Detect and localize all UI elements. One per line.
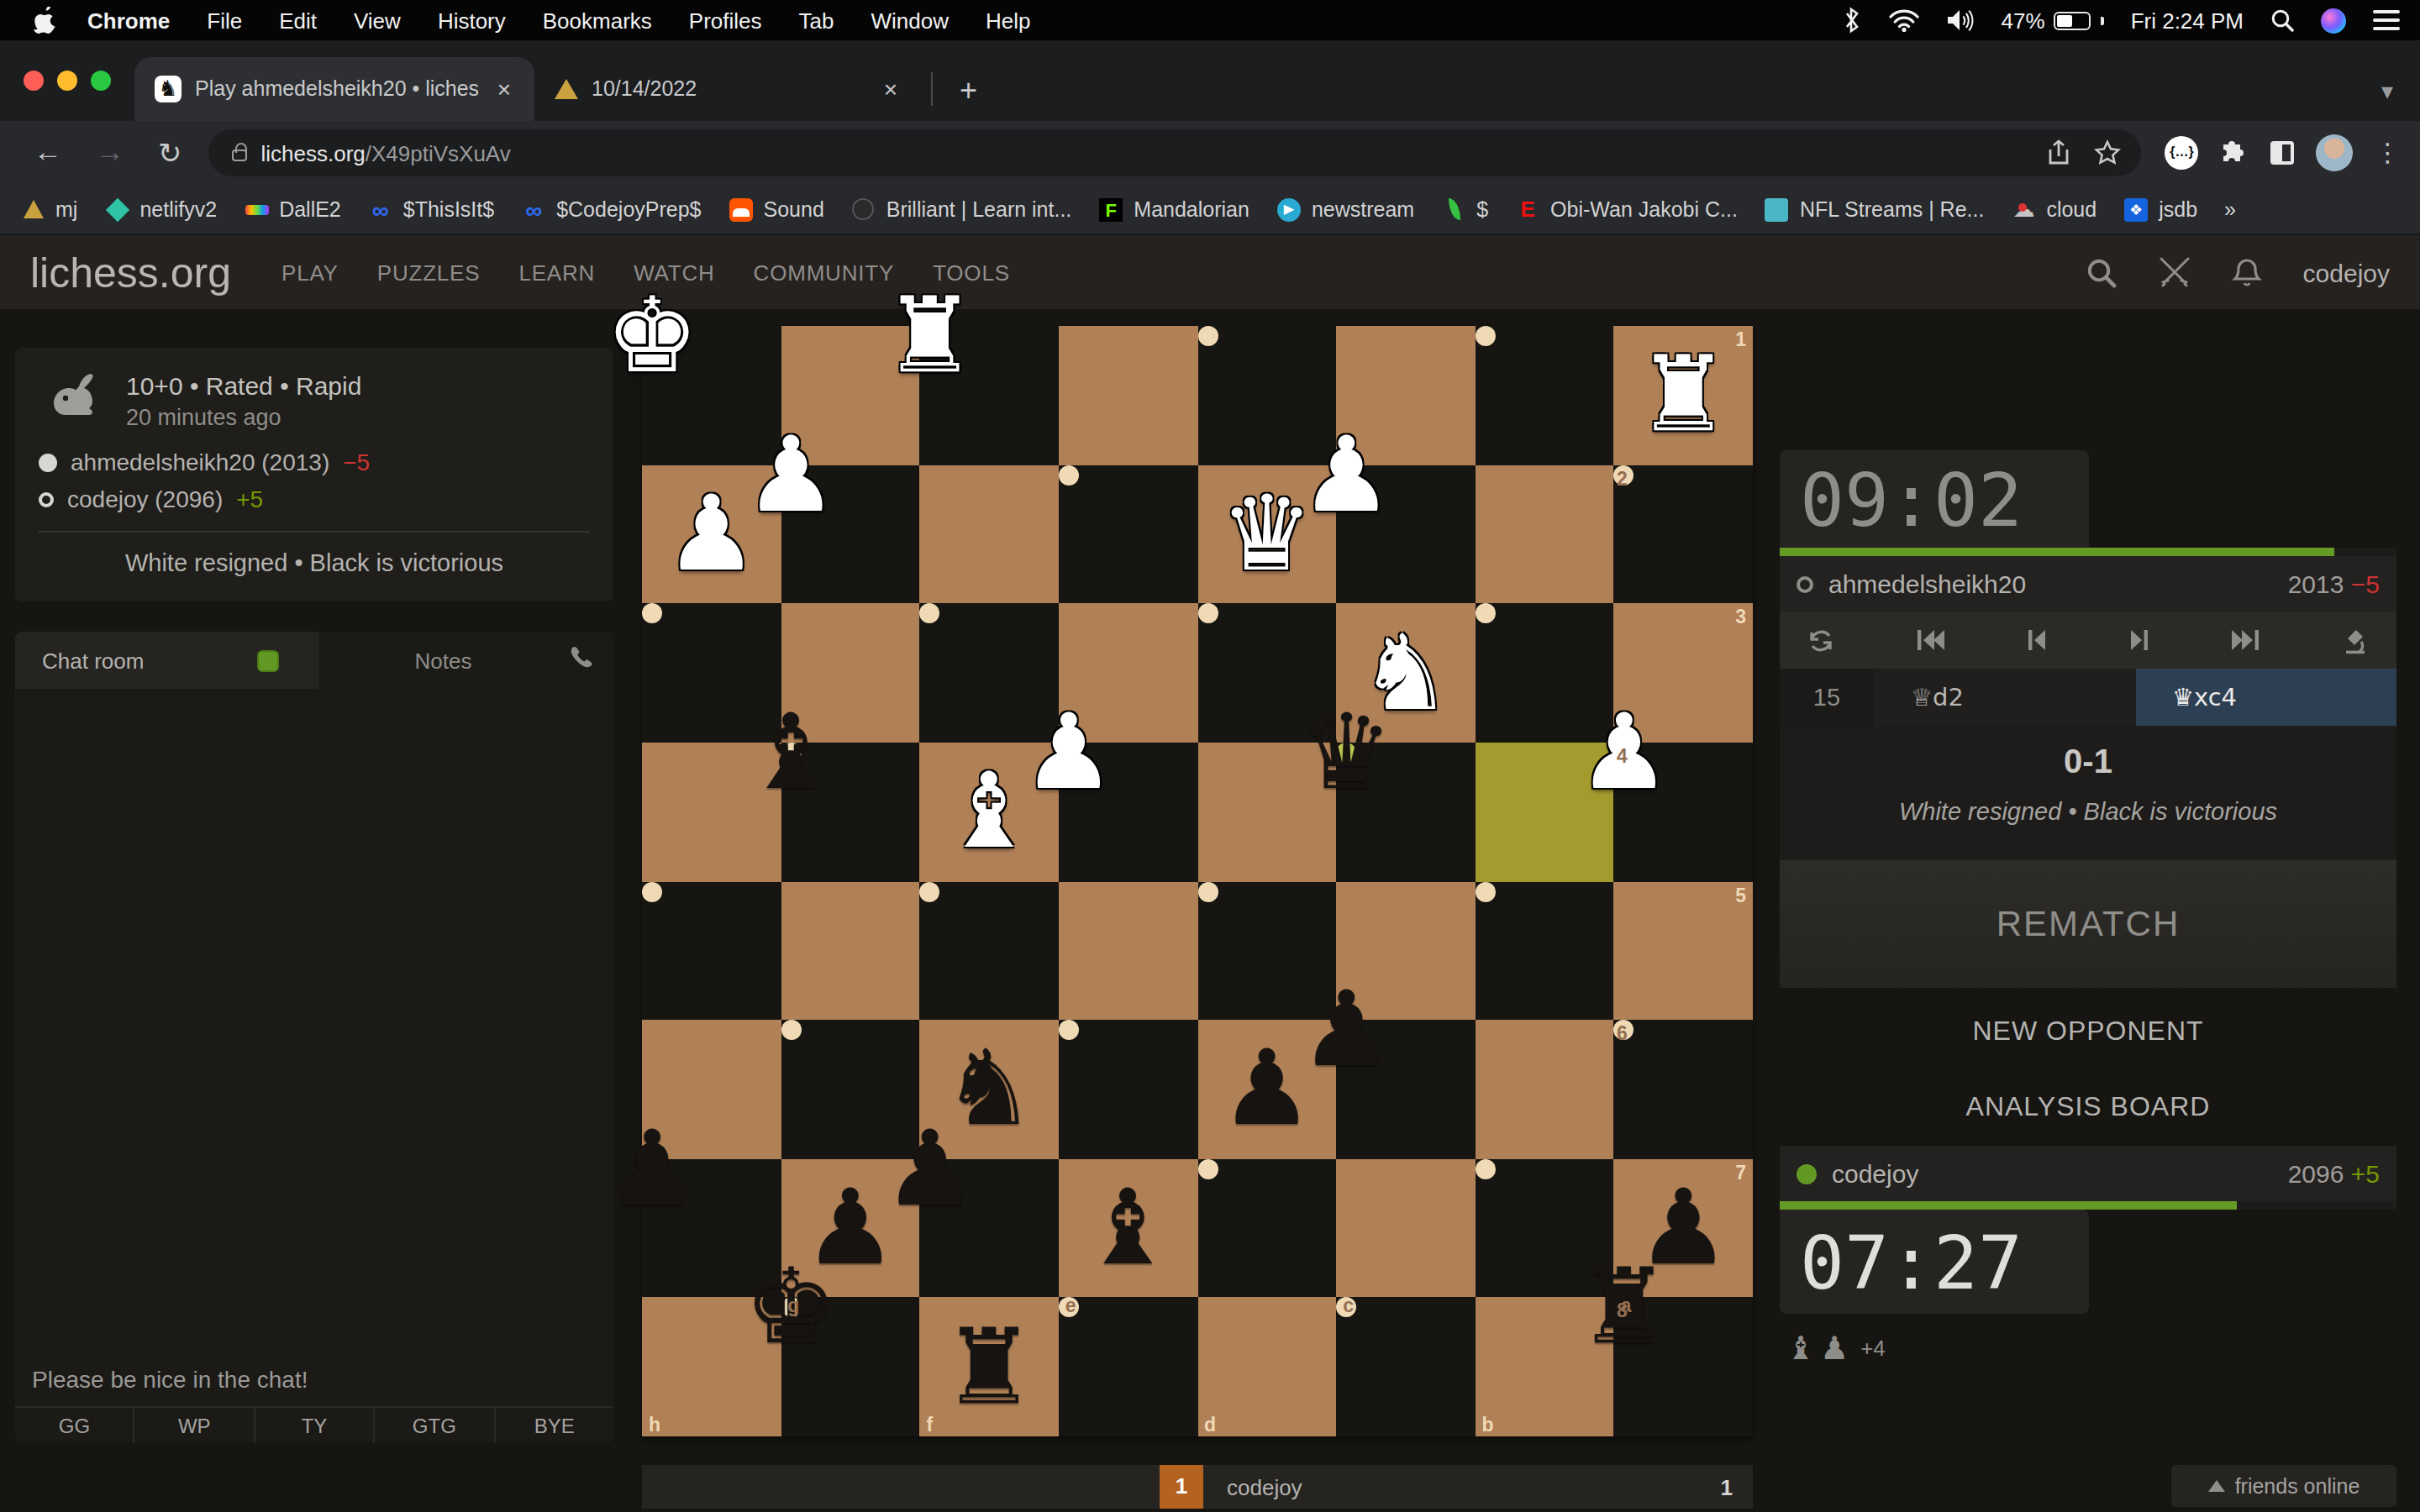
collapse-triangle-icon [2208, 1480, 2225, 1492]
analysis-microscope-icon[interactable] [2341, 626, 2370, 654]
square-e4[interactable]: ♟ [1059, 743, 1079, 763]
white-outline-disc-icon [1797, 575, 1813, 592]
wifi-icon[interactable] [1889, 8, 1919, 32]
espn-icon: E [1515, 197, 1540, 222]
square-a6[interactable]: 6 [1614, 1020, 1634, 1040]
menu-item-edit[interactable]: Edit [279, 8, 317, 33]
feather-icon [1441, 197, 1466, 222]
file-label-a: a [1621, 1296, 1632, 1316]
rank-label-7: 7 [1735, 1163, 1746, 1183]
piece-black-pawn: ♟ [920, 1159, 940, 1179]
window-controls [0, 40, 134, 121]
bookmarks-bar: mj netlifyv2 DallE2 ∞$ThisIsIt$ ∞$Codejo… [0, 185, 2420, 235]
square-e8[interactable]: e [1059, 1298, 1079, 1318]
bookmark-brilliant[interactable]: Brilliant | Learn int... [851, 197, 1072, 222]
menu-item-tab[interactable]: Tab [799, 8, 834, 33]
extensions-puzzle-icon[interactable] [2221, 139, 2249, 167]
extension-icon[interactable]: {…} [2165, 136, 2199, 170]
lichess-page: lichess.org PLAY PUZZLES LEARN WATCH COM… [0, 235, 2420, 1512]
square-c6[interactable]: ♟ [1336, 1020, 1356, 1040]
last-move-icon[interactable] [2230, 628, 2260, 652]
chat-messages[interactable] [15, 689, 613, 1366]
rank-label-1: 1 [1735, 329, 1746, 349]
spotlight-icon[interactable] [2270, 8, 2294, 32]
menu-item-bookmarks[interactable]: Bookmarks [543, 8, 652, 33]
url-host: lichess.org [261, 140, 366, 165]
square-d3[interactable] [1197, 604, 1218, 624]
square-d8[interactable]: d [1197, 1298, 1336, 1436]
globe-icon [851, 197, 876, 222]
nav-puzzles[interactable]: PUZZLES [377, 260, 481, 285]
rank-label-4: 4 [1617, 746, 1628, 766]
square-g8[interactable]: ♚g [781, 1298, 801, 1318]
bookmark-obiwan[interactable]: EObi-Wan Jakobi C... [1515, 197, 1738, 222]
player-time-bar [1780, 1201, 2396, 1210]
square-c7[interactable] [1336, 1159, 1475, 1298]
new-tab-button[interactable]: + [943, 74, 994, 109]
square-f2[interactable] [920, 465, 1059, 603]
chat-box: Chat room Notes Please be nice in the ch… [15, 632, 613, 1443]
bookmark-nfl-streams[interactable]: NFL Streams | Re... [1765, 197, 1985, 222]
rank-label-6: 6 [1617, 1023, 1628, 1043]
white-color-disc-icon [39, 453, 57, 471]
minimize-window-button[interactable] [57, 71, 77, 91]
rematch-button[interactable]: REMATCH [1780, 860, 2396, 988]
black-player-line[interactable]: codejoy (2096) +5 [15, 480, 613, 517]
bookmark-star-icon[interactable] [2095, 139, 2122, 166]
square-g6[interactable] [781, 1020, 801, 1040]
game-side-panel: 09:02 ahmedelsheikh20 2013 −5 15 ♕d2 ♛xc… [1780, 235, 2396, 1512]
divider [39, 531, 590, 533]
file-label-h: h [649, 1415, 660, 1435]
square-b5[interactable] [1476, 881, 1496, 901]
crosstable-score: 1 [1721, 1474, 1733, 1499]
bluetooth-icon[interactable] [1842, 7, 1862, 34]
nav-play[interactable]: PLAY [281, 260, 339, 285]
square-h7[interactable]: ♟ [642, 1159, 662, 1179]
square-e2[interactable] [1059, 465, 1079, 485]
move-black-selected[interactable]: ♛xc4 [2135, 669, 2396, 726]
square-h1[interactable]: ♚ [642, 326, 662, 346]
bookmark-mandalorian[interactable]: FMandalorian [1098, 197, 1249, 222]
piece-black-pawn: ♟ [642, 1159, 662, 1179]
menu-item-file[interactable]: File [207, 8, 242, 33]
file-label-c: c [1343, 1296, 1354, 1316]
captured-bishop-icon: ♝ [1786, 1329, 1815, 1366]
chat-presets: GG WP TY GTG BYE [15, 1406, 613, 1443]
result-block: 0-1 White resigned • Black is victorious [1780, 726, 2396, 860]
square-a2[interactable]: 2 [1614, 465, 1634, 485]
bookmark-netlifyv2[interactable]: netlifyv2 [104, 197, 217, 222]
rapid-rabbit-icon [45, 372, 103, 429]
flip-board-icon[interactable] [1807, 626, 1835, 654]
new-opponent-button[interactable]: NEW OPPONENT [1780, 1016, 2396, 1047]
profile-avatar[interactable] [2317, 134, 2354, 171]
preset-wp[interactable]: WP [135, 1408, 255, 1443]
tab-date[interactable]: 10/14/2022 × [534, 57, 921, 121]
square-f3[interactable] [920, 604, 940, 624]
player-delta: +5 [2351, 1159, 2380, 1188]
tab-chat-room[interactable]: Chat room [15, 632, 318, 689]
player-row[interactable]: codejoy 2096 +5 [1780, 1146, 2396, 1201]
analysis-board-button[interactable]: ANALYSIS BOARD [1780, 1092, 2396, 1122]
preset-ty[interactable]: TY [255, 1408, 376, 1443]
phone-icon[interactable] [568, 645, 593, 675]
share-icon[interactable] [2048, 139, 2071, 166]
menu-item-help[interactable]: Help [986, 8, 1031, 33]
apple-logo-icon [34, 7, 57, 34]
material-advantage: +4 [1860, 1335, 1886, 1360]
game-score-badge[interactable]: 1 [1160, 1465, 1203, 1509]
square-c8[interactable]: c [1336, 1298, 1356, 1318]
macos-menu-bar: Chrome File Edit View History Bookmarks … [0, 0, 2420, 40]
bookmark-robinhood[interactable]: $ [1441, 197, 1488, 222]
bookmarks-overflow[interactable]: » [2224, 197, 2236, 221]
infinity-icon: ∞ [368, 197, 393, 222]
game-time-control: 10+0 • Rated • Rapid [126, 371, 361, 400]
volume-icon[interactable] [1946, 8, 1975, 32]
piece-white-pawn: ♟ [1336, 465, 1356, 485]
reload-button[interactable]: ↻ [141, 135, 199, 171]
square-f8[interactable]: ♜f [920, 1298, 1059, 1436]
black-rating-delta: +5 [236, 486, 263, 512]
rainbow-icon [244, 197, 269, 222]
preset-bye[interactable]: BYE [495, 1408, 613, 1443]
file-label-d: d [1204, 1415, 1216, 1435]
tab-title: 10/14/2022 [592, 77, 867, 101]
square-d5[interactable] [1197, 881, 1218, 901]
piece-black-bishop: ♝ [1059, 1159, 1197, 1298]
nav-community[interactable]: COMMUNITY [754, 260, 895, 285]
tab-lichess-game[interactable]: ♞ Play ahmedelsheikh20 • liches × [134, 57, 534, 121]
captured-pieces: ♝ ♟ +4 [1786, 1329, 1886, 1366]
menu-item-window[interactable]: Window [871, 8, 950, 33]
first-move-icon[interactable] [1916, 628, 1946, 652]
chat-notice: Please be nice in the chat! [15, 1366, 613, 1406]
bookmark-jsdb[interactable]: ❖jsdb [2123, 197, 2197, 222]
preset-gg[interactable]: GG [15, 1408, 135, 1443]
white-player-name: ahmedelsheikh20 (2013) [71, 449, 329, 475]
battery-indicator[interactable]: 47% [2002, 8, 2104, 33]
game-played-at: 20 minutes ago [126, 405, 361, 430]
chrome-menu-icon[interactable]: ⋮ [2375, 138, 2401, 168]
soundcloud-icon [729, 197, 754, 222]
square-a4[interactable]: ♟4 [1614, 743, 1634, 763]
square-f7[interactable]: ♟ [920, 1159, 940, 1179]
opponent-clock: 09:02 [1780, 450, 2089, 548]
bookmark-thisisit[interactable]: ∞$ThisIsIt$ [368, 197, 494, 222]
forward-button[interactable]: → [79, 136, 141, 170]
address-bar[interactable]: lichess.org/X49ptiVsXuAv [209, 129, 2142, 176]
square-d7[interactable] [1197, 1159, 1218, 1179]
back-button[interactable]: ← [17, 136, 79, 170]
side-panel-icon[interactable] [2271, 141, 2295, 165]
piece-white-king: ♚ [642, 326, 662, 346]
crosstable-player: codejoy [1227, 1474, 1302, 1499]
game-meta-box: 10+0 • Rated • Rapid 20 minutes ago ahme… [15, 348, 613, 601]
result-score: 0-1 [1780, 726, 2396, 781]
close-tab-icon[interactable]: × [881, 76, 901, 102]
move-white[interactable]: ♕d2 [1874, 669, 2135, 726]
close-tab-icon[interactable]: × [494, 76, 514, 102]
triangle-icon [20, 197, 45, 222]
lichess-logo[interactable]: lichess.org [30, 248, 231, 297]
file-label-b: b [1482, 1415, 1494, 1435]
rank-label-2: 2 [1617, 468, 1628, 488]
bookmark-mj[interactable]: mj [20, 197, 77, 222]
white-rating-delta: −5 [343, 449, 370, 475]
game-result-text: White resigned • Black is victorious [15, 546, 613, 576]
square-f5[interactable] [920, 881, 940, 901]
menu-item-view[interactable]: View [354, 8, 401, 33]
opponent-player-row[interactable]: ahmedelsheikh20 2013 −5 [1780, 556, 2396, 612]
square-c2[interactable]: ♟ [1336, 465, 1356, 485]
square-a1[interactable]: ♜1 [1614, 326, 1753, 465]
lichess-favicon: ♞ [155, 76, 181, 102]
square-b1[interactable] [1476, 326, 1496, 346]
square-b3[interactable] [1476, 604, 1496, 624]
square-c4[interactable]: ♛ [1336, 743, 1356, 763]
nfl-icon [1765, 197, 1790, 222]
square-e1[interactable] [1059, 326, 1197, 465]
player-clock: 07:27 [1780, 1210, 2089, 1314]
close-window-button[interactable] [24, 71, 44, 91]
square-a5[interactable]: 5 [1614, 881, 1753, 1020]
tab-title: Play ahmedelsheikh20 • liches [195, 77, 481, 101]
infinity-icon: ∞ [521, 197, 546, 222]
bookmark-codejoyprep[interactable]: ∞$CodejoyPrep$ [521, 197, 701, 222]
dropbox-icon: ❖ [2123, 197, 2149, 222]
bookmark-dalle2[interactable]: DallE2 [244, 197, 341, 222]
black-player-name: codejoy (2096) [67, 486, 223, 512]
square-h5[interactable] [642, 881, 662, 901]
result-status: White resigned • Black is victorious [1780, 781, 2396, 825]
lock-icon[interactable] [233, 150, 248, 161]
menu-item-chrome[interactable]: Chrome [87, 8, 170, 33]
captured-pawn-icon: ♟ [1820, 1329, 1849, 1366]
rank-label-5: 5 [1735, 885, 1746, 905]
chess-board[interactable]: ♚♜♜1♟♟♛♟2♞3♝♝♟♛♟45♞♟♟6♟♟♟♝♟7h♚g♜fedcb♜8a [642, 326, 1753, 1436]
online-green-disc-icon [1797, 1163, 1817, 1184]
black-color-disc-icon [39, 491, 54, 507]
metronome-favicon [555, 79, 578, 99]
piece-black-bishop: ♝ [781, 743, 801, 763]
play-icon: ▶ [1276, 197, 1302, 222]
opponent-rating: 2013 [2288, 570, 2344, 598]
piece-black-queen: ♛ [1336, 743, 1356, 763]
file-label-g: g [787, 1296, 799, 1316]
menu-item-profiles[interactable]: Profiles [689, 8, 762, 33]
menu-bar-clock[interactable]: Fri 2:24 PM [2131, 8, 2244, 33]
opponent-name: ahmedelsheikh20 [1828, 570, 2026, 598]
square-g4[interactable]: ♝ [781, 743, 801, 763]
preset-gtg[interactable]: GTG [375, 1408, 495, 1443]
screen: Chrome File Edit View History Bookmarks … [0, 0, 2420, 1512]
crosstable-bar: 1 codejoy 1 [642, 1465, 1753, 1509]
move-list: 15 ♕d2 ♛xc4 [1780, 669, 2396, 726]
cloud-icon: ☁ [2011, 197, 2036, 222]
next-move-icon[interactable] [2128, 628, 2149, 652]
square-e5[interactable] [1059, 881, 1197, 1020]
nav-learn[interactable]: LEARN [518, 260, 595, 285]
piece-white-rook: ♜ [920, 326, 940, 346]
opponent-delta: −5 [2351, 570, 2380, 598]
file-label-e: e [1065, 1296, 1076, 1316]
move-number: 15 [1780, 669, 1874, 726]
white-player-line[interactable]: ahmedelsheikh20 (2013) −5 [15, 444, 613, 480]
piece-black-pawn: ♟ [1336, 1020, 1356, 1040]
square-b7[interactable] [1476, 1159, 1496, 1179]
square-g5[interactable] [781, 881, 919, 1020]
tab-notes[interactable]: Notes [318, 632, 568, 689]
chat-toggle[interactable] [256, 649, 278, 671]
browser-toolbar: ← → ↻ lichess.org/X49ptiVsXuAv {…} ⋮ [0, 121, 2420, 185]
url-path: /X49ptiVsXuAv [366, 140, 511, 165]
siri-icon[interactable] [2321, 8, 2346, 33]
file-label-f: f [927, 1415, 934, 1435]
square-f1[interactable]: ♜ [920, 326, 940, 346]
square-g2[interactable]: ♟ [781, 465, 801, 485]
rank-label-3: 3 [1735, 607, 1746, 627]
bookmark-cloud[interactable]: ☁cloud [2011, 197, 2096, 222]
tab-search-chevron-icon[interactable]: ▾ [2381, 77, 2420, 121]
square-d1[interactable] [1197, 326, 1218, 346]
battery-percent: 47% [2002, 8, 2045, 33]
square-b6[interactable] [1476, 1020, 1614, 1158]
previous-move-icon[interactable] [2028, 628, 2048, 652]
tab-divider [931, 72, 933, 106]
square-b2[interactable] [1476, 465, 1614, 603]
bookmark-sound[interactable]: Sound [729, 197, 824, 222]
tab-strip: ♞ Play ahmedelsheikh20 • liches × 10/14/… [0, 40, 2420, 121]
menu-item-history[interactable]: History [438, 8, 506, 33]
friends-online-bar[interactable]: friends online [2171, 1465, 2396, 1507]
piece-white-rook: ♜ [1614, 326, 1753, 465]
zoom-window-button[interactable] [91, 71, 111, 91]
mandalorian-icon: F [1098, 197, 1123, 222]
diamond-icon [104, 197, 129, 222]
square-a8[interactable]: ♜8a [1614, 1298, 1634, 1318]
square-e6[interactable] [1059, 1020, 1079, 1040]
square-h3[interactable] [642, 604, 662, 624]
square-e7[interactable]: ♝ [1059, 1159, 1197, 1298]
control-center-icon[interactable] [2373, 5, 2400, 35]
player-rating: 2096 [2288, 1159, 2344, 1188]
opponent-time-bar [1780, 548, 2396, 556]
replay-controls [1780, 612, 2396, 669]
bookmark-newstream[interactable]: ▶newstream [1276, 197, 1414, 222]
piece-black-rook: ♜ [920, 1298, 1059, 1436]
piece-white-pawn: ♟ [781, 465, 801, 485]
player-name: codejoy [1832, 1159, 1918, 1188]
piece-white-pawn: ♟ [1059, 743, 1079, 763]
